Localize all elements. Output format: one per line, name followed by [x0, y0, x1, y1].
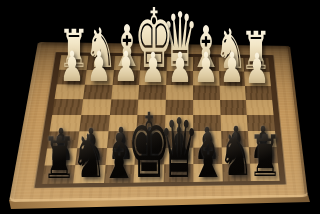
square-b4[interactable] — [220, 100, 247, 115]
black-rook-h8[interactable]: ♜ — [42, 130, 76, 187]
chess-photo-scene: ♜♞♝♛♚♝♞♜♟♟♟♟♟♟♟♟♟♟♟♟♟♟♟♟♜♞♝♛♚♝♞♜ — [0, 0, 320, 214]
square-a4[interactable] — [246, 100, 274, 115]
white-pawn-d2[interactable]: ♟ — [167, 47, 192, 89]
black-knight-g8[interactable]: ♞ — [72, 128, 107, 188]
white-pawn-g2[interactable]: ♟ — [87, 46, 112, 88]
white-pawn-c2[interactable]: ♟ — [194, 47, 219, 89]
white-pawn-a2[interactable]: ♟ — [245, 47, 270, 89]
white-pawn-f2[interactable]: ♟ — [114, 46, 139, 88]
white-pawn-h2[interactable]: ♟ — [59, 46, 84, 88]
square-g4[interactable] — [81, 99, 111, 115]
square-h4[interactable] — [52, 99, 83, 115]
white-pawn-b2[interactable]: ♟ — [220, 47, 245, 89]
white-pawn-e2[interactable]: ♟ — [141, 46, 166, 88]
